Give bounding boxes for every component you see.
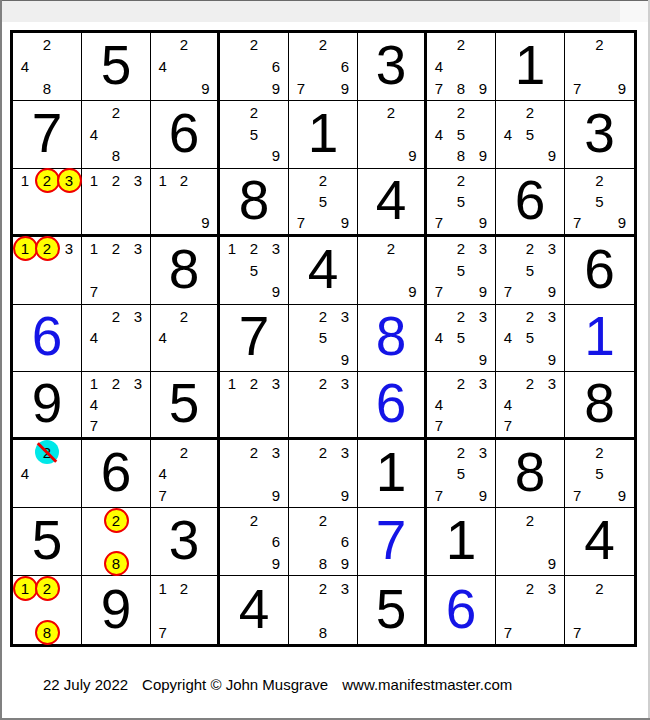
cell-r8c2[interactable]: 28 — [82, 508, 151, 576]
candidate-8: 8 — [450, 77, 472, 99]
given-digit: 4 — [239, 582, 270, 637]
empty-slot — [221, 463, 243, 485]
pencil-marks: 249 — [151, 33, 217, 100]
candidate-digit: 2 — [250, 513, 258, 528]
candidate-digit: 2 — [250, 445, 258, 460]
candidate-8: 8 — [105, 145, 127, 167]
empty-slot — [497, 102, 519, 124]
cell-r1c1[interactable]: 248 — [13, 33, 82, 101]
cell-r9c1[interactable]: 128 — [13, 576, 82, 644]
empty-slot — [105, 259, 127, 281]
empty-slot — [290, 415, 312, 436]
cell-r7c1[interactable]: 24 — [13, 440, 82, 508]
candidate-digit: 3 — [272, 445, 280, 460]
candidate-5: 5 — [312, 191, 334, 212]
cell-r5c7[interactable]: 23459 — [427, 305, 496, 373]
candidate-3: 3 — [58, 238, 80, 260]
candidate-digit: 9 — [341, 556, 349, 571]
pencil-marks: 2579 — [565, 440, 634, 507]
candidate-digit: 3 — [479, 241, 487, 256]
candidate-2: 2 — [519, 577, 541, 599]
empty-slot — [173, 191, 194, 212]
empty-slot — [541, 394, 563, 415]
given-digit: 5 — [32, 513, 63, 568]
cell-r8c9[interactable]: 4 — [565, 508, 634, 576]
cell-r4c1[interactable]: 123 — [13, 237, 82, 305]
empty-slot — [221, 145, 243, 167]
empty-slot — [127, 394, 149, 415]
empty-slot — [359, 259, 380, 281]
pencil-marks: 2579 — [427, 169, 495, 234]
cell-r2c9[interactable]: 3 — [565, 101, 634, 169]
empty-slot — [290, 373, 312, 394]
empty-slot — [380, 281, 401, 303]
cell-r1c6[interactable]: 3 — [358, 33, 427, 101]
cell-r6c9[interactable]: 8 — [565, 372, 634, 440]
cell-r2c8[interactable]: 2459 — [496, 101, 565, 169]
empty-slot — [402, 102, 423, 124]
empty-slot — [450, 394, 472, 415]
candidate-2: 2 — [588, 577, 610, 599]
given-digit: 8 — [169, 242, 200, 297]
pencil-marks: 27 — [565, 576, 634, 644]
pencil-marks: 12347 — [82, 372, 150, 437]
candidate-1: 1 — [83, 170, 105, 191]
pencil-marks: 237 — [496, 576, 564, 644]
candidate-digit: 3 — [272, 241, 280, 256]
candidate-digit: 4 — [90, 127, 98, 142]
cell-r5c1[interactable]: 6 — [13, 305, 82, 373]
cell-r1c9[interactable]: 279 — [565, 33, 634, 101]
candidate-9: 9 — [472, 281, 494, 303]
cell-r5c3[interactable]: 24 — [151, 305, 220, 373]
cell-r2c1[interactable]: 7 — [13, 101, 82, 169]
candidate-digit: 8 — [43, 625, 51, 640]
candidate-3: 3 — [334, 373, 356, 394]
cell-r1c4[interactable]: 269 — [220, 33, 289, 101]
empty-slot — [221, 259, 243, 281]
candidate-2: 2 — [519, 509, 541, 531]
cell-r8c4[interactable]: 269 — [220, 508, 289, 576]
given-digit: 3 — [169, 513, 200, 568]
empty-slot — [428, 191, 450, 212]
candidate-4: 4 — [428, 124, 450, 146]
candidate-7: 7 — [566, 621, 588, 643]
empty-slot — [265, 124, 287, 146]
cell-r7c7[interactable]: 23579 — [427, 440, 496, 508]
candidate-digit: 5 — [319, 330, 327, 345]
candidate-3: 3 — [265, 373, 287, 394]
candidate-9: 9 — [611, 77, 633, 99]
empty-slot — [472, 327, 494, 349]
cell-r6c3[interactable]: 5 — [151, 372, 220, 440]
candidate-7: 7 — [566, 212, 588, 233]
empty-slot — [290, 441, 312, 463]
pencil-marks: 2347 — [427, 372, 495, 437]
empty-slot — [152, 77, 173, 99]
candidate-digit: 3 — [548, 376, 556, 391]
candidate-digit: 2 — [457, 37, 465, 52]
candidate-digit: 1 — [228, 376, 236, 391]
empty-slot — [195, 170, 216, 191]
candidate-1: 1 — [221, 373, 243, 394]
candidate-7: 7 — [428, 485, 450, 507]
candidate-5: 5 — [450, 191, 472, 212]
pencil-marks: 12359 — [220, 237, 288, 304]
cell-r3c9[interactable]: 2579 — [565, 169, 634, 237]
empty-slot — [541, 124, 563, 146]
candidate-digit: 3 — [341, 376, 349, 391]
empty-slot — [243, 77, 265, 99]
candidate-4: 4 — [497, 124, 519, 146]
candidate-4: 4 — [428, 56, 450, 78]
cell-r9c7[interactable]: 6 — [427, 576, 496, 644]
empty-slot — [428, 441, 450, 463]
empty-slot — [221, 485, 243, 507]
candidate-digit: 3 — [479, 309, 487, 324]
candidate-4: 4 — [14, 463, 36, 485]
empty-slot — [58, 463, 80, 485]
candidate-9: 9 — [472, 212, 494, 233]
candidate-2: 2 — [450, 441, 472, 463]
cell-r5c9[interactable]: 1 — [565, 305, 634, 373]
candidate-9: 9 — [541, 281, 563, 303]
empty-slot — [472, 259, 494, 281]
candidate-digit: 3 — [134, 241, 142, 256]
cell-r9c2[interactable]: 9 — [82, 576, 151, 644]
empty-slot — [14, 485, 36, 507]
cell-r3c1[interactable]: 123 — [13, 169, 82, 237]
candidate-digit: 4 — [21, 59, 29, 74]
cell-r3c3[interactable]: 129 — [151, 169, 220, 237]
cell-r2c5[interactable]: 1 — [289, 101, 358, 169]
cell-r4c9[interactable]: 6 — [565, 237, 634, 305]
candidate-2: 2 — [312, 306, 334, 328]
candidate-3: 3 — [127, 306, 149, 328]
empty-slot — [14, 212, 36, 233]
cell-r4c5[interactable]: 4 — [289, 237, 358, 305]
pencil-marks: 128 — [13, 576, 81, 644]
cell-r1c2[interactable]: 5 — [82, 33, 151, 101]
empty-slot — [195, 349, 216, 371]
candidate-1: 1 — [14, 170, 36, 191]
cell-r7c3[interactable]: 247 — [151, 440, 220, 508]
cell-r6c5[interactable]: 23 — [289, 372, 358, 440]
empty-slot — [58, 599, 80, 621]
candidate-digit: 2 — [387, 241, 395, 256]
candidate-2: 2 — [173, 34, 194, 56]
pencil-marks: 279 — [565, 33, 634, 100]
cell-r6c4[interactable]: 123 — [220, 372, 289, 440]
given-digit: 9 — [101, 582, 132, 637]
candidate-digit: 3 — [65, 241, 73, 256]
candidate-digit: 9 — [341, 488, 349, 503]
empty-slot — [334, 415, 356, 436]
candidate-7: 7 — [497, 415, 519, 436]
cell-r2c6[interactable]: 29 — [358, 101, 427, 169]
cell-r6c7[interactable]: 2347 — [427, 372, 496, 440]
pencil-marks: 239 — [289, 440, 357, 507]
cell-r8c3[interactable]: 3 — [151, 508, 220, 576]
pencil-marks: 24589 — [427, 101, 495, 168]
empty-slot — [611, 170, 633, 191]
cell-r7c5[interactable]: 239 — [289, 440, 358, 508]
empty-slot — [195, 621, 216, 643]
empty-slot — [221, 531, 243, 553]
cell-r3c2[interactable]: 123 — [82, 169, 151, 237]
candidate-digit: 2 — [595, 173, 603, 188]
cell-r7c6[interactable]: 1 — [358, 440, 427, 508]
candidate-2: 2 — [105, 306, 127, 328]
empty-slot — [290, 306, 312, 328]
pencil-marks: 247 — [151, 440, 217, 507]
empty-slot — [312, 599, 334, 621]
candidate-7: 7 — [566, 485, 588, 507]
candidate-digit: 2 — [457, 376, 465, 391]
given-digit: 1 — [308, 106, 339, 161]
cell-r4c6[interactable]: 29 — [358, 237, 427, 305]
candidate-9: 9 — [265, 552, 287, 574]
empty-slot — [428, 306, 450, 328]
candidate-digit: 2 — [319, 37, 327, 52]
candidate-7: 7 — [83, 281, 105, 303]
cell-r9c5[interactable]: 238 — [289, 576, 358, 644]
window-top-band-corner — [620, 1, 650, 22]
candidate-2: 2 — [450, 170, 472, 191]
empty-slot — [152, 349, 173, 371]
cell-r4c8[interactable]: 23579 — [496, 237, 565, 305]
candidate-digit: 9 — [548, 284, 556, 299]
candidate-9: 9 — [472, 145, 494, 167]
empty-slot — [566, 191, 588, 212]
candidate-3: 3 — [127, 373, 149, 394]
cell-r2c2[interactable]: 248 — [82, 101, 151, 169]
cell-r1c7[interactable]: 24789 — [427, 33, 496, 101]
empty-slot — [312, 394, 334, 415]
footer-copyright: Copyright © John Musgrave — [142, 676, 328, 693]
empty-slot — [541, 509, 563, 531]
empty-slot — [152, 599, 173, 621]
candidate-digit: 9 — [548, 148, 556, 163]
cell-r9c8[interactable]: 237 — [496, 576, 565, 644]
pencil-marks: 24 — [151, 305, 217, 372]
cell-r3c7[interactable]: 2579 — [427, 169, 496, 237]
empty-slot — [127, 212, 149, 233]
cell-r9c9[interactable]: 27 — [565, 576, 634, 644]
given-digit: 3 — [376, 38, 407, 93]
pencil-marks: 129 — [151, 169, 217, 234]
empty-slot — [290, 394, 312, 415]
cell-r5c8[interactable]: 23459 — [496, 305, 565, 373]
cell-r9c4[interactable]: 4 — [220, 576, 289, 644]
given-digit: 1 — [446, 513, 477, 568]
candidate-digit: 8 — [457, 81, 465, 96]
empty-slot — [497, 599, 519, 621]
candidate-digit: 2 — [250, 376, 258, 391]
empty-slot — [105, 415, 127, 436]
empty-slot — [290, 485, 312, 507]
empty-slot — [472, 102, 494, 124]
candidate-digit: 2 — [457, 173, 465, 188]
empty-slot — [611, 56, 633, 78]
cell-r1c8[interactable]: 1 — [496, 33, 565, 101]
candidate-digit: 2 — [180, 309, 188, 324]
candidate-digit: 7 — [297, 81, 305, 96]
empty-slot — [105, 394, 127, 415]
given-digit: 1 — [515, 38, 546, 93]
cell-r5c4[interactable]: 7 — [220, 305, 289, 373]
cell-r6c1[interactable]: 9 — [13, 372, 82, 440]
candidate-4: 4 — [14, 56, 36, 78]
candidate-2: 2 — [519, 238, 541, 260]
candidate-2: 2 — [450, 306, 472, 328]
candidate-digit: 2 — [526, 376, 534, 391]
candidate-digit: 6 — [341, 534, 349, 549]
given-digit: 3 — [584, 106, 615, 161]
empty-slot — [290, 327, 312, 349]
cell-r9c6[interactable]: 5 — [358, 576, 427, 644]
candidate-digit: 6 — [341, 59, 349, 74]
candidate-3: 3 — [265, 238, 287, 260]
empty-slot — [36, 463, 58, 485]
candidate-digit: 4 — [90, 397, 98, 412]
candidate-9: 9 — [334, 349, 356, 371]
empty-slot — [428, 145, 450, 167]
empty-slot — [334, 34, 356, 56]
candidate-2: 2 — [312, 170, 334, 191]
candidate-9: 9 — [334, 485, 356, 507]
empty-slot — [58, 56, 80, 78]
candidate-digit: 2 — [180, 445, 188, 460]
empty-slot — [221, 77, 243, 99]
candidate-2: 2 — [243, 102, 265, 124]
cell-r3c8[interactable]: 6 — [496, 169, 565, 237]
candidate-2: 2 — [588, 34, 610, 56]
empty-slot — [472, 463, 494, 485]
candidate-1: 1 — [83, 238, 105, 260]
candidate-2-circled: 2 — [36, 170, 58, 191]
candidate-9: 9 — [541, 552, 563, 574]
candidate-5: 5 — [519, 259, 541, 281]
cell-r4c4[interactable]: 12359 — [220, 237, 289, 305]
candidate-2: 2 — [312, 509, 334, 531]
cell-r5c5[interactable]: 2359 — [289, 305, 358, 373]
footer-date: 22 July 2022 — [43, 676, 128, 693]
cell-r3c5[interactable]: 2579 — [289, 169, 358, 237]
cell-r6c6[interactable]: 6 — [358, 372, 427, 440]
empty-slot — [221, 441, 243, 463]
cell-r8c1[interactable]: 5 — [13, 508, 82, 576]
cell-r1c5[interactable]: 2679 — [289, 33, 358, 101]
candidate-2: 2 — [243, 34, 265, 56]
cell-r6c8[interactable]: 2347 — [496, 372, 565, 440]
empty-slot — [611, 441, 633, 463]
empty-slot — [334, 621, 356, 643]
candidate-digit: 2 — [457, 309, 465, 324]
candidate-5: 5 — [450, 259, 472, 281]
cell-r2c7[interactable]: 24589 — [427, 101, 496, 169]
empty-slot — [450, 415, 472, 436]
empty-slot — [173, 56, 194, 78]
empty-slot — [195, 306, 216, 328]
candidate-digit: 2 — [457, 445, 465, 460]
empty-slot — [588, 621, 610, 643]
cell-r4c7[interactable]: 23579 — [427, 237, 496, 305]
cell-r8c8[interactable]: 29 — [496, 508, 565, 576]
candidate-digit: 8 — [319, 625, 327, 640]
candidate-2: 2 — [243, 238, 265, 260]
empty-slot — [243, 56, 265, 78]
empty-slot — [519, 415, 541, 436]
empty-slot — [36, 281, 58, 303]
candidate-digit: 5 — [457, 330, 465, 345]
empty-slot — [472, 415, 494, 436]
empty-slot — [105, 531, 127, 553]
candidate-2: 2 — [380, 238, 401, 260]
pencil-marks: 24789 — [427, 33, 495, 100]
cell-r1c3[interactable]: 249 — [151, 33, 220, 101]
empty-slot — [428, 238, 450, 260]
cell-r7c8[interactable]: 8 — [496, 440, 565, 508]
given-digit: 8 — [239, 173, 270, 228]
empty-slot — [221, 281, 243, 303]
candidate-digit: 7 — [435, 284, 443, 299]
empty-slot — [127, 531, 149, 553]
candidate-digit: 1 — [90, 173, 98, 188]
cell-r4c3[interactable]: 8 — [151, 237, 220, 305]
cell-r5c2[interactable]: 234 — [82, 305, 151, 373]
candidate-2-eliminated: 2 — [36, 441, 58, 463]
cell-r8c7[interactable]: 1 — [427, 508, 496, 576]
cell-r3c6[interactable]: 4 — [358, 169, 427, 237]
solved-digit: 7 — [376, 513, 407, 568]
candidate-digit: 2 — [319, 513, 327, 528]
candidate-2: 2 — [450, 373, 472, 394]
cell-r5c6[interactable]: 8 — [358, 305, 427, 373]
cell-r6c2[interactable]: 12347 — [82, 372, 151, 440]
candidate-digit: 3 — [548, 241, 556, 256]
cell-r7c4[interactable]: 239 — [220, 440, 289, 508]
cell-r8c6[interactable]: 7 — [358, 508, 427, 576]
cell-r2c4[interactable]: 259 — [220, 101, 289, 169]
empty-slot — [127, 327, 149, 349]
cell-r3c4[interactable]: 8 — [220, 169, 289, 237]
candidate-digit: 5 — [457, 194, 465, 209]
cell-r8c5[interactable]: 2689 — [289, 508, 358, 576]
candidate-digit: 2 — [526, 105, 534, 120]
empty-slot — [359, 238, 380, 260]
candidate-digit: 6 — [272, 59, 280, 74]
cell-r9c3[interactable]: 127 — [151, 576, 220, 644]
empty-slot — [497, 306, 519, 328]
candidate-digit: 1 — [21, 241, 29, 256]
candidate-digit: 9 — [272, 81, 280, 96]
cell-r7c2[interactable]: 6 — [82, 440, 151, 508]
candidate-2: 2 — [173, 441, 194, 463]
cell-r7c9[interactable]: 2579 — [565, 440, 634, 508]
pencil-marks: 123 — [220, 372, 288, 437]
empty-slot — [195, 191, 216, 212]
candidate-2: 2 — [105, 373, 127, 394]
candidate-digit: 3 — [479, 445, 487, 460]
cell-r4c2[interactable]: 1237 — [82, 237, 151, 305]
candidate-1: 1 — [152, 577, 173, 599]
cell-r2c3[interactable]: 6 — [151, 101, 220, 169]
candidate-digit: 7 — [435, 418, 443, 433]
candidate-9: 9 — [541, 145, 563, 167]
empty-slot — [312, 463, 334, 485]
candidate-digit: 4 — [504, 397, 512, 412]
